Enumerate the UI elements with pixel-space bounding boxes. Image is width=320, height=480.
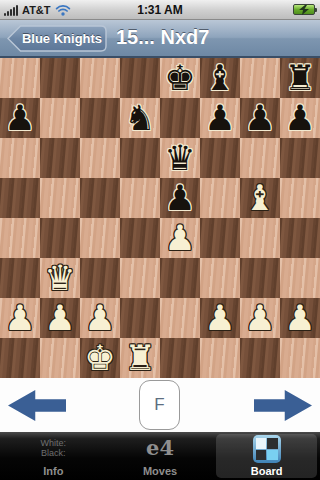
board-square-e2 xyxy=(160,298,200,338)
chess-board: ♚♝♜♟♞♟♟♟♛♟♝♟♛♟♟♟♟♟♟♚♜ xyxy=(0,58,320,378)
board-square-f1 xyxy=(200,338,240,378)
board-square-g1 xyxy=(240,338,280,378)
board-square-g2: ♟ xyxy=(240,298,280,338)
battery-charging-icon xyxy=(293,4,315,15)
white-king-c1: ♚ xyxy=(84,338,115,378)
board-square-f8: ♝ xyxy=(200,58,240,98)
board-square-a4 xyxy=(0,218,40,258)
board-square-b8 xyxy=(40,58,80,98)
board-square-e7 xyxy=(160,98,200,138)
board-square-g8 xyxy=(240,58,280,98)
board-square-d7: ♞ xyxy=(120,98,160,138)
board-square-b7 xyxy=(40,98,80,138)
board-square-g7: ♟ xyxy=(240,98,280,138)
board-square-e5: ♟ xyxy=(160,178,200,218)
white-pawn-b2: ♟ xyxy=(44,298,75,338)
board-square-d5 xyxy=(120,178,160,218)
white-pawn-a2: ♟ xyxy=(4,298,35,338)
board-square-b2: ♟ xyxy=(40,298,80,338)
black-rook-h8: ♜ xyxy=(284,58,315,98)
white-rook-d1: ♜ xyxy=(124,338,155,378)
board-square-b6 xyxy=(40,138,80,178)
board-square-b5 xyxy=(40,178,80,218)
board-square-g4 xyxy=(240,218,280,258)
board-square-c6 xyxy=(80,138,120,178)
board-square-h1 xyxy=(280,338,320,378)
tab-info-label: Info xyxy=(43,465,63,477)
flip-board-button[interactable]: F xyxy=(139,380,180,430)
board-square-g6 xyxy=(240,138,280,178)
tab-bar: White: Black: Info e4 Moves Board xyxy=(0,432,320,480)
black-queen-e6: ♛ xyxy=(164,138,195,178)
move-title: 15... Nxd7 xyxy=(116,20,209,56)
board-square-f4 xyxy=(200,218,240,258)
black-pawn-e5: ♟ xyxy=(164,178,195,218)
white-bishop-g5: ♝ xyxy=(244,178,275,218)
black-pawn-a7: ♟ xyxy=(4,98,35,138)
board-square-h5 xyxy=(280,178,320,218)
status-bar: AT&T 1:31 AM xyxy=(0,0,320,20)
board-square-g3 xyxy=(240,258,280,298)
back-button[interactable]: Blue Knights xyxy=(6,24,108,53)
board-square-g5: ♝ xyxy=(240,178,280,218)
board-square-d6 xyxy=(120,138,160,178)
board-square-a8 xyxy=(0,58,40,98)
black-pawn-f7: ♟ xyxy=(204,98,235,138)
board-square-h4 xyxy=(280,218,320,258)
app-screen: AT&T 1:31 AM xyxy=(0,0,320,480)
board-square-f3 xyxy=(200,258,240,298)
black-pawn-g7: ♟ xyxy=(244,98,275,138)
next-move-arrow-icon[interactable] xyxy=(254,389,312,422)
board-square-a5 xyxy=(0,178,40,218)
board-square-h8: ♜ xyxy=(280,58,320,98)
black-bishop-f8: ♝ xyxy=(204,58,235,98)
board-square-h3 xyxy=(280,258,320,298)
board-square-b4 xyxy=(40,218,80,258)
white-pawn-g2: ♟ xyxy=(244,298,275,338)
board-square-a2: ♟ xyxy=(0,298,40,338)
charging-bolt-icon xyxy=(298,5,310,15)
board-square-f2: ♟ xyxy=(200,298,240,338)
board-square-d4 xyxy=(120,218,160,258)
move-controls: F xyxy=(0,378,320,432)
board-square-c5 xyxy=(80,178,120,218)
navigation-bar: Blue Knights 15... Nxd7 xyxy=(0,20,320,58)
white-pawn-f2: ♟ xyxy=(204,298,235,338)
board-square-e4: ♟ xyxy=(160,218,200,258)
clock: 1:31 AM xyxy=(0,3,320,17)
board-square-d3 xyxy=(120,258,160,298)
board-square-a1 xyxy=(0,338,40,378)
board-square-e3 xyxy=(160,258,200,298)
moves-icon: e4 xyxy=(107,435,214,460)
board-square-b3: ♛ xyxy=(40,258,80,298)
white-pawn-h2: ♟ xyxy=(284,298,315,338)
board-square-c4 xyxy=(80,218,120,258)
board-square-c1: ♚ xyxy=(80,338,120,378)
black-knight-d7: ♞ xyxy=(124,98,155,138)
board-square-h7: ♟ xyxy=(280,98,320,138)
board-square-f5 xyxy=(200,178,240,218)
white-pawn-c2: ♟ xyxy=(84,298,115,338)
board-square-f6 xyxy=(200,138,240,178)
back-button-label: Blue Knights xyxy=(6,24,108,53)
board-square-c3 xyxy=(80,258,120,298)
board-square-e8: ♚ xyxy=(160,58,200,98)
board-square-a6 xyxy=(0,138,40,178)
board-square-c2: ♟ xyxy=(80,298,120,338)
white-pawn-e4: ♟ xyxy=(164,218,195,258)
board-square-a3 xyxy=(0,258,40,298)
black-pawn-h7: ♟ xyxy=(284,98,315,138)
board-square-e1 xyxy=(160,338,200,378)
players-summary: White: Black: xyxy=(0,438,107,458)
board-square-c8 xyxy=(80,58,120,98)
board-square-d1: ♜ xyxy=(120,338,160,378)
board-square-c7 xyxy=(80,98,120,138)
board-square-h6 xyxy=(280,138,320,178)
board-square-a7: ♟ xyxy=(0,98,40,138)
black-player-label: Black: xyxy=(0,448,107,458)
tab-info[interactable]: White: Black: Info xyxy=(0,432,107,480)
white-queen-b3: ♛ xyxy=(44,258,75,298)
tab-moves[interactable]: e4 Moves xyxy=(107,432,214,480)
board-square-d8 xyxy=(120,58,160,98)
white-player-label: White: xyxy=(0,438,107,448)
tab-moves-label: Moves xyxy=(143,465,177,477)
board-square-f7: ♟ xyxy=(200,98,240,138)
tab-board[interactable]: Board xyxy=(213,432,320,480)
board-square-d2 xyxy=(120,298,160,338)
board-square-b1 xyxy=(40,338,80,378)
board-checker-icon xyxy=(253,435,281,463)
black-king-e8: ♚ xyxy=(164,58,195,98)
board-square-h2: ♟ xyxy=(280,298,320,338)
previous-move-arrow-icon[interactable] xyxy=(8,389,66,422)
tab-board-label: Board xyxy=(251,465,283,477)
board-square-e6: ♛ xyxy=(160,138,200,178)
